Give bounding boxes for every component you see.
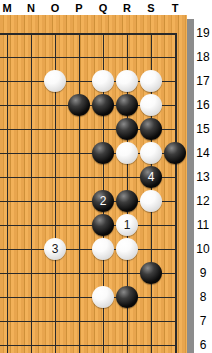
grid-line-row-18 xyxy=(0,57,177,58)
stone-S13-black[interactable]: 4 xyxy=(140,166,162,188)
stone-S17-white[interactable] xyxy=(140,70,162,92)
row-label-14: 14 xyxy=(194,145,212,161)
row-label-13: 13 xyxy=(194,169,212,185)
stone-R15-black[interactable] xyxy=(116,118,138,140)
stone-R11-white[interactable]: 1 xyxy=(116,214,138,236)
stone-T14-black[interactable] xyxy=(164,142,186,164)
stone-Q14-black[interactable] xyxy=(92,142,114,164)
row-label-18: 18 xyxy=(194,49,212,65)
board-shadow xyxy=(187,19,194,353)
stone-O10-white[interactable]: 3 xyxy=(44,238,66,260)
grid-line-row-6 xyxy=(0,345,177,346)
row-label-11: 11 xyxy=(194,217,212,233)
row-label-9: 9 xyxy=(194,265,212,281)
row-label-7: 7 xyxy=(194,313,212,329)
stone-S14-white[interactable] xyxy=(140,142,162,164)
col-label-R: R xyxy=(120,1,134,15)
stone-Q12-black[interactable]: 2 xyxy=(92,190,114,212)
stone-Q8-white[interactable] xyxy=(92,286,114,308)
stone-R14-white[interactable] xyxy=(116,142,138,164)
row-label-6: 6 xyxy=(194,337,212,353)
row-label-16: 16 xyxy=(194,97,212,113)
stone-Q17-white[interactable] xyxy=(92,70,114,92)
grid-line-row-7 xyxy=(0,321,177,322)
stone-R10-white[interactable] xyxy=(116,238,138,260)
col-label-P: P xyxy=(72,1,86,15)
stone-O17-white[interactable] xyxy=(44,70,66,92)
stone-P16-black[interactable] xyxy=(68,94,90,116)
stone-S16-white[interactable] xyxy=(140,94,162,116)
stone-R12-black[interactable] xyxy=(116,190,138,212)
row-label-17: 17 xyxy=(194,73,212,89)
row-label-10: 10 xyxy=(194,241,212,257)
stone-R16-black[interactable] xyxy=(116,94,138,116)
row-label-12: 12 xyxy=(194,193,212,209)
stone-S12-white[interactable] xyxy=(140,190,162,212)
col-label-M: M xyxy=(0,1,14,15)
row-label-19: 19 xyxy=(194,25,212,41)
grid-line-row-8 xyxy=(0,297,177,298)
col-label-O: O xyxy=(48,1,62,15)
col-label-N: N xyxy=(24,1,38,15)
stone-R8-black[interactable] xyxy=(116,286,138,308)
col-label-T: T xyxy=(168,1,182,15)
grid-line-row-10 xyxy=(0,249,177,250)
stone-S9-black[interactable] xyxy=(140,262,162,284)
go-board-diagram: MNOPQRST 191817161514131211109876 4213 xyxy=(0,0,212,353)
stone-S15-black[interactable] xyxy=(140,118,162,140)
stone-R17-white[interactable] xyxy=(116,70,138,92)
row-label-8: 8 xyxy=(194,289,212,305)
stone-Q16-black[interactable] xyxy=(92,94,114,116)
grid-line-row-19 xyxy=(0,33,177,35)
col-label-Q: Q xyxy=(96,1,110,15)
stone-Q10-white[interactable] xyxy=(92,238,114,260)
grid-line-row-11 xyxy=(0,225,177,226)
col-label-S: S xyxy=(144,1,158,15)
row-label-15: 15 xyxy=(194,121,212,137)
stone-Q11-black[interactable] xyxy=(92,214,114,236)
